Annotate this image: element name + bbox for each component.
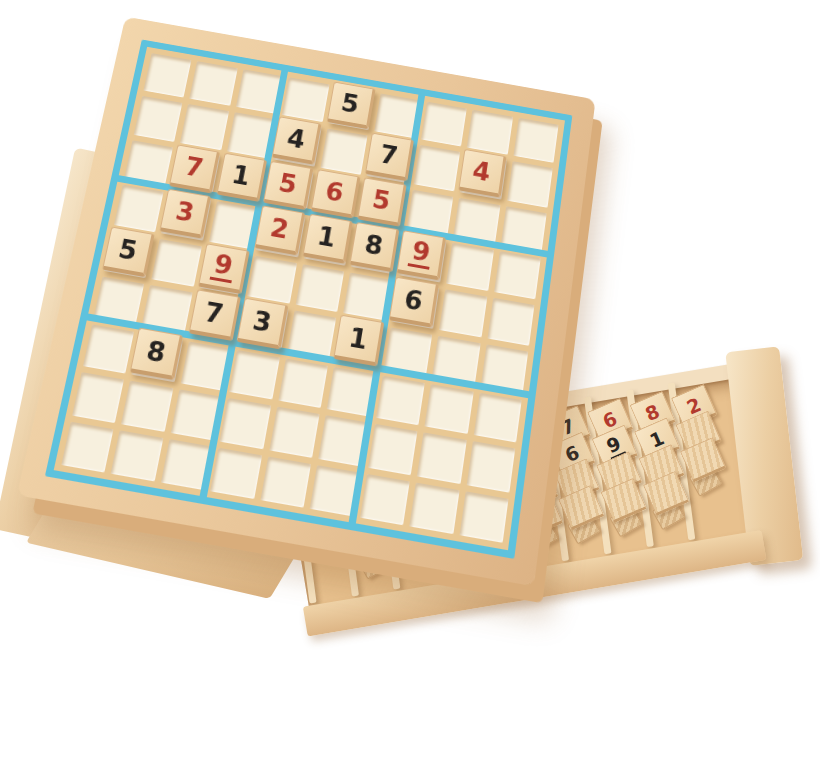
tile-digit: 4 xyxy=(285,126,307,153)
tile-digit: 9 xyxy=(209,250,236,283)
tile-digit: 3 xyxy=(174,199,197,227)
grid-cell-r8c4[interactable] xyxy=(220,398,271,449)
tile-digit: 5 xyxy=(277,170,299,197)
tile-digit: 5 xyxy=(116,236,139,264)
tile-digit: 7 xyxy=(202,299,225,328)
grid-cell-r1c2[interactable] xyxy=(190,61,238,106)
grid-cell-r1c9[interactable] xyxy=(513,118,559,163)
tile-digit: 5 xyxy=(371,187,393,214)
number-tile-5-r3c6[interactable]: 5 xyxy=(357,177,407,226)
tile-digit: 8 xyxy=(144,338,167,367)
number-tile-1-r3c3[interactable]: 1 xyxy=(216,153,267,202)
grid-cell-r1c7[interactable] xyxy=(421,102,467,147)
grid-cell-r5c4[interactable] xyxy=(247,256,296,304)
number-tile-7-r3c2[interactable]: 7 xyxy=(169,144,220,193)
grid-cell-r9c7[interactable] xyxy=(360,473,410,525)
tile-digit: 8 xyxy=(363,232,385,260)
grid-cell-r4c9[interactable] xyxy=(494,251,541,299)
tile-digit: 1 xyxy=(347,324,369,353)
number-tile-4-r2c8[interactable]: 4 xyxy=(458,149,506,198)
grid-cell-r9c2[interactable] xyxy=(111,430,163,481)
grid-cell-r7c9[interactable] xyxy=(473,392,521,442)
tile-digit: 1 xyxy=(316,223,338,251)
number-tile-6-r5c7[interactable]: 6 xyxy=(389,276,439,327)
grid-cell-r8c2[interactable] xyxy=(121,381,173,432)
grid-cell-r7c8[interactable] xyxy=(424,384,473,434)
number-tile-5-r3c4[interactable]: 5 xyxy=(263,161,313,210)
grid-cell-r5c2[interactable] xyxy=(152,239,202,287)
number-tile-2-r4c4[interactable]: 2 xyxy=(255,206,306,256)
tile-digit: 5 xyxy=(339,91,360,117)
grid-cell-r8c1[interactable] xyxy=(72,372,124,423)
grid-cell-r7c4[interactable] xyxy=(229,350,279,400)
grid-cell-r2c9[interactable] xyxy=(507,161,553,207)
grid-cell-r7c1[interactable] xyxy=(83,324,135,374)
number-tile-5-r1c5[interactable]: 5 xyxy=(326,82,375,130)
grid-cell-r8c8[interactable] xyxy=(417,432,466,483)
grid-cell-r8c5[interactable] xyxy=(269,407,320,458)
grid-cell-r2c1[interactable] xyxy=(134,96,183,142)
number-tile-3-r6c4[interactable]: 3 xyxy=(237,298,289,350)
grid-cell-r9c1[interactable] xyxy=(61,421,114,472)
grid-cell-r5c5[interactable] xyxy=(295,264,344,312)
number-tile-7-r2c6[interactable]: 7 xyxy=(365,133,414,182)
grid-cell-r9c8[interactable] xyxy=(409,482,459,534)
grid-cell-r4c1[interactable] xyxy=(114,185,164,232)
tile-digit: 1 xyxy=(230,162,252,189)
grid-cell-r5c8[interactable] xyxy=(439,289,487,337)
tile-digit: 3 xyxy=(251,308,274,337)
number-tile-6-r3c5[interactable]: 6 xyxy=(310,169,360,218)
tile-digit: 9 xyxy=(408,238,434,270)
grid-cell-r2c5[interactable] xyxy=(320,129,368,175)
grid-cell-r9c4[interactable] xyxy=(210,447,262,499)
tile-digit: 7 xyxy=(183,154,205,181)
grid-cell-r4c8[interactable] xyxy=(446,243,493,291)
tile-digit: 6 xyxy=(324,178,346,205)
number-tile-9-r5c3[interactable]: 9 xyxy=(198,243,250,294)
grid-cell-r5c9[interactable] xyxy=(487,297,534,346)
grid-cell-r2c2[interactable] xyxy=(180,104,229,150)
tile-digit: 7 xyxy=(378,142,399,169)
number-tile-1-r6c6[interactable]: 1 xyxy=(333,315,384,367)
grid-area: 547471565321895967318 xyxy=(54,47,565,550)
number-tile-9-r4c7[interactable]: 9 xyxy=(397,230,447,280)
number-tile-8-r7c2[interactable]: 8 xyxy=(130,328,183,380)
grid-cell-r8c9[interactable] xyxy=(466,441,515,492)
grid-cell-r9c9[interactable] xyxy=(459,491,508,543)
grid-cell-r8c7[interactable] xyxy=(368,424,418,475)
board-field: 547471565321895967318 xyxy=(45,39,573,558)
number-tile-8-r4c6[interactable]: 8 xyxy=(349,222,399,272)
grid-cell-r9c5[interactable] xyxy=(260,456,311,508)
product-photo-scene: 547471565321895967318 089270269737669812 xyxy=(0,0,820,774)
number-tile-5-r5c1[interactable]: 5 xyxy=(102,226,155,277)
tile-digit: 6 xyxy=(403,286,425,314)
sudoku-board: 547471565321895967318 xyxy=(17,17,596,587)
grid-cell-r1c1[interactable] xyxy=(143,53,191,98)
grid-cell-r7c7[interactable] xyxy=(376,375,425,425)
grid-cell-r7c5[interactable] xyxy=(278,358,328,408)
number-tile-4-r2c4[interactable]: 4 xyxy=(272,117,322,165)
number-tile-7-r6c3[interactable]: 7 xyxy=(188,289,240,341)
tile-digit: 2 xyxy=(268,215,290,243)
number-tile-1-r4c5[interactable]: 1 xyxy=(302,214,352,264)
number-tile-3-r4c2[interactable]: 3 xyxy=(160,189,212,239)
grid-cell-r1c4[interactable] xyxy=(282,77,329,122)
grid-cell-r2c7[interactable] xyxy=(413,145,460,191)
grid-cell-r1c8[interactable] xyxy=(467,110,513,155)
tile-digit: 4 xyxy=(471,159,492,186)
